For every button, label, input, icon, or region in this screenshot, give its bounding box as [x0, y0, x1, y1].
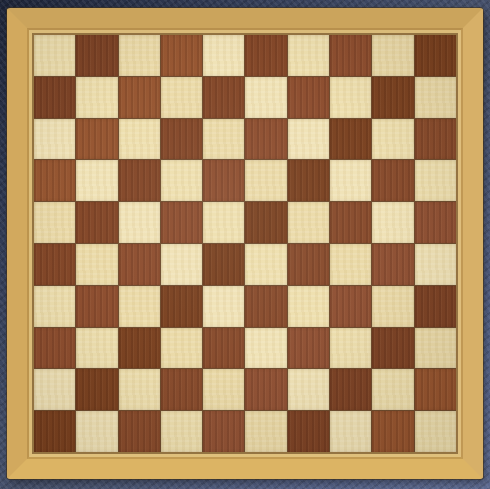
dark-square	[34, 77, 75, 118]
dark-square	[76, 369, 117, 410]
light-square	[34, 119, 75, 160]
light-square	[34, 286, 75, 327]
dark-square	[76, 202, 117, 243]
light-square	[415, 160, 456, 201]
dark-square	[245, 35, 286, 76]
dark-square	[245, 202, 286, 243]
light-square	[415, 328, 456, 369]
light-square	[34, 202, 75, 243]
light-square	[415, 411, 456, 452]
light-square	[245, 244, 286, 285]
light-square	[161, 411, 202, 452]
light-square	[203, 286, 244, 327]
dark-square	[161, 202, 202, 243]
light-square	[161, 77, 202, 118]
dark-square	[34, 160, 75, 201]
dark-square	[415, 202, 456, 243]
light-square	[288, 35, 329, 76]
dark-square	[330, 35, 371, 76]
light-square	[330, 77, 371, 118]
dark-square	[330, 202, 371, 243]
dark-square	[203, 411, 244, 452]
light-square	[372, 202, 413, 243]
light-square	[119, 202, 160, 243]
draughts-board	[34, 35, 456, 452]
board-frame	[7, 8, 483, 479]
light-square	[288, 369, 329, 410]
dark-square	[245, 369, 286, 410]
light-square	[245, 411, 286, 452]
light-square	[330, 244, 371, 285]
light-square	[245, 160, 286, 201]
light-square	[76, 77, 117, 118]
dark-square	[76, 35, 117, 76]
dark-square	[119, 244, 160, 285]
light-square	[288, 119, 329, 160]
light-square	[330, 328, 371, 369]
dark-square	[161, 35, 202, 76]
light-square	[288, 202, 329, 243]
light-square	[34, 35, 75, 76]
dark-square	[372, 411, 413, 452]
light-square	[161, 160, 202, 201]
dark-square	[119, 160, 160, 201]
dark-square	[288, 77, 329, 118]
light-square	[203, 119, 244, 160]
dark-square	[34, 244, 75, 285]
dark-square	[119, 328, 160, 369]
light-square	[372, 369, 413, 410]
light-square	[161, 244, 202, 285]
light-square	[372, 119, 413, 160]
light-square	[76, 244, 117, 285]
dark-square	[34, 328, 75, 369]
dark-square	[415, 286, 456, 327]
light-square	[372, 286, 413, 327]
dark-square	[161, 286, 202, 327]
dark-square	[330, 119, 371, 160]
dark-square	[330, 369, 371, 410]
light-square	[415, 244, 456, 285]
dark-square	[288, 411, 329, 452]
light-square	[119, 286, 160, 327]
dark-square	[415, 119, 456, 160]
dark-square	[203, 77, 244, 118]
light-square	[203, 35, 244, 76]
dark-square	[372, 77, 413, 118]
light-square	[76, 160, 117, 201]
light-square	[203, 202, 244, 243]
light-square	[372, 35, 413, 76]
light-square	[119, 35, 160, 76]
dark-square	[245, 119, 286, 160]
dark-square	[76, 286, 117, 327]
light-square	[76, 328, 117, 369]
dark-square	[288, 244, 329, 285]
dark-square	[161, 369, 202, 410]
dark-square	[372, 160, 413, 201]
dark-square	[119, 411, 160, 452]
light-square	[34, 369, 75, 410]
dark-square	[415, 35, 456, 76]
light-square	[119, 119, 160, 160]
light-square	[330, 160, 371, 201]
dark-square	[288, 160, 329, 201]
light-square	[288, 286, 329, 327]
dark-square	[76, 119, 117, 160]
light-square	[245, 328, 286, 369]
light-square	[245, 77, 286, 118]
dark-square	[203, 328, 244, 369]
dark-square	[330, 286, 371, 327]
dark-square	[372, 328, 413, 369]
fabric-background	[0, 0, 490, 489]
light-square	[203, 369, 244, 410]
dark-square	[161, 119, 202, 160]
dark-square	[415, 369, 456, 410]
dark-square	[203, 160, 244, 201]
light-square	[330, 411, 371, 452]
light-square	[161, 328, 202, 369]
light-square	[119, 369, 160, 410]
dark-square	[288, 328, 329, 369]
dark-square	[34, 411, 75, 452]
dark-square	[119, 77, 160, 118]
light-square	[415, 77, 456, 118]
dark-square	[372, 244, 413, 285]
dark-square	[245, 286, 286, 327]
light-square	[76, 411, 117, 452]
dark-square	[203, 244, 244, 285]
